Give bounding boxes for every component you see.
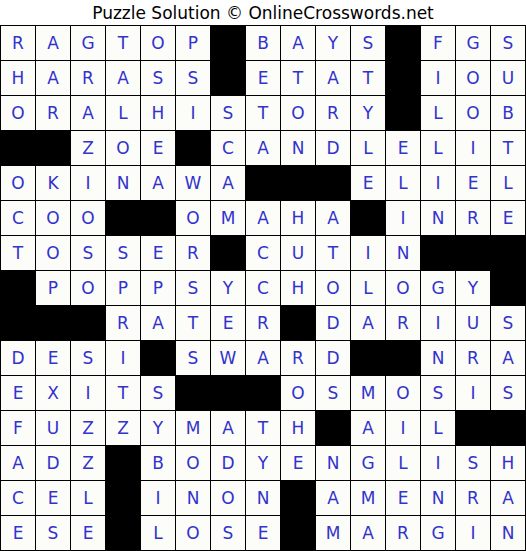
grid-cell-r11-c2: X — [36, 376, 71, 411]
grid-cell-r10-c14: R — [456, 341, 491, 376]
grid-cell-r6-c7: M — [211, 201, 246, 236]
grid-cell-r6-c10: A — [316, 201, 351, 236]
grid-cell-r7-c2: O — [36, 236, 71, 271]
grid-cell-r12-c2: U — [36, 411, 71, 446]
grid-cell-r15-c3: E — [71, 516, 106, 551]
grid-cell-r11-c10: S — [316, 376, 351, 411]
black-cell-r9-c1 — [1, 306, 36, 341]
grid-cell-r2-c5: S — [141, 61, 176, 96]
grid-cell-r6-c3: O — [71, 201, 106, 236]
grid-cell-r9-c7: E — [211, 306, 246, 341]
grid-cell-r12-c11: A — [351, 411, 386, 446]
grid-cell-r13-c6: O — [176, 446, 211, 481]
grid-cell-r14-c11: M — [351, 481, 386, 516]
grid-cell-r15-c5: L — [141, 516, 176, 551]
grid-cell-r10-c6: S — [176, 341, 211, 376]
grid-cell-r1-c1: R — [1, 26, 36, 61]
black-cell-r15-c4 — [106, 516, 141, 551]
grid-cell-r14-c12: E — [386, 481, 421, 516]
grid-cell-r8-c6: S — [176, 271, 211, 306]
grid-cell-r4-c8: A — [246, 131, 281, 166]
grid-cell-r1-c6: P — [176, 26, 211, 61]
grid-cell-r1-c3: G — [71, 26, 106, 61]
grid-cell-r9-c10: D — [316, 306, 351, 341]
grid-cell-r12-c4: Z — [106, 411, 141, 446]
grid-cell-r13-c14: S — [456, 446, 491, 481]
grid-cell-r1-c14: G — [456, 26, 491, 61]
grid-cell-r13-c2: D — [36, 446, 71, 481]
black-cell-r6-c5 — [141, 201, 176, 236]
grid-cell-r8-c9: H — [281, 271, 316, 306]
grid-cell-r7-c9: U — [281, 236, 316, 271]
grid-cell-r2-c10: A — [316, 61, 351, 96]
grid-cell-r1-c4: T — [106, 26, 141, 61]
black-cell-r2-c7 — [211, 61, 246, 96]
grid-cell-r12-c7: A — [211, 411, 246, 446]
page-title: Puzzle Solution © OnlineCrosswords.net — [0, 0, 526, 25]
grid-cell-r1-c13: F — [421, 26, 456, 61]
grid-cell-r2-c15: U — [491, 61, 526, 96]
grid-cell-r4-c9: N — [281, 131, 316, 166]
black-cell-r5-c8 — [246, 166, 281, 201]
grid-cell-r5-c13: I — [421, 166, 456, 201]
grid-cell-r7-c8: C — [246, 236, 281, 271]
black-cell-r7-c15 — [491, 236, 526, 271]
grid-cell-r11-c5: S — [141, 376, 176, 411]
black-cell-r14-c9 — [281, 481, 316, 516]
grid-cell-r4-c11: L — [351, 131, 386, 166]
grid-cell-r13-c9: E — [281, 446, 316, 481]
grid-cell-r11-c14: I — [456, 376, 491, 411]
grid-cell-r5-c2: K — [36, 166, 71, 201]
grid-cell-r10-c10: D — [316, 341, 351, 376]
grid-cell-r10-c7: W — [211, 341, 246, 376]
black-cell-r11-c7 — [211, 376, 246, 411]
grid-cell-r3-c9: O — [281, 96, 316, 131]
grid-cell-r9-c11: A — [351, 306, 386, 341]
grid-cell-r4-c15: T — [491, 131, 526, 166]
grid-cell-r13-c13: I — [421, 446, 456, 481]
grid-cell-r7-c12: N — [386, 236, 421, 271]
black-cell-r9-c2 — [36, 306, 71, 341]
black-cell-r1-c12 — [386, 26, 421, 61]
grid-cell-r10-c3: S — [71, 341, 106, 376]
grid-cell-r8-c7: Y — [211, 271, 246, 306]
grid-cell-r5-c5: A — [141, 166, 176, 201]
grid-cell-r4-c4: O — [106, 131, 141, 166]
grid-cell-r8-c8: C — [246, 271, 281, 306]
grid-cell-r1-c9: A — [281, 26, 316, 61]
black-cell-r10-c11 — [351, 341, 386, 376]
grid-cell-r9-c14: U — [456, 306, 491, 341]
grid-cell-r8-c12: O — [386, 271, 421, 306]
grid-cell-r11-c15: S — [491, 376, 526, 411]
grid-cell-r10-c2: E — [36, 341, 71, 376]
grid-cell-r2-c2: A — [36, 61, 71, 96]
black-cell-r12-c14 — [456, 411, 491, 446]
grid-cell-r8-c2: P — [36, 271, 71, 306]
grid-cell-r15-c11: A — [351, 516, 386, 551]
grid-cell-r7-c1: T — [1, 236, 36, 271]
grid-cell-r5-c1: O — [1, 166, 36, 201]
black-cell-r10-c12 — [386, 341, 421, 376]
grid-cell-r6-c1: C — [1, 201, 36, 236]
grid-cell-r9-c4: R — [106, 306, 141, 341]
grid-cell-r11-c9: O — [281, 376, 316, 411]
grid-cell-r15-c14: I — [456, 516, 491, 551]
grid-cell-r6-c14: R — [456, 201, 491, 236]
black-cell-r7-c7 — [211, 236, 246, 271]
grid-cell-r7-c11: I — [351, 236, 386, 271]
grid-cell-r14-c7: O — [211, 481, 246, 516]
grid-cell-r13-c11: G — [351, 446, 386, 481]
grid-cell-r4-c10: D — [316, 131, 351, 166]
grid-cell-r15-c15: N — [491, 516, 526, 551]
grid-cell-r8-c10: O — [316, 271, 351, 306]
black-cell-r4-c2 — [36, 131, 71, 166]
grid-cell-r4-c5: E — [141, 131, 176, 166]
grid-cell-r9-c13: I — [421, 306, 456, 341]
grid-cell-r3-c15: B — [491, 96, 526, 131]
grid-cell-r2-c3: R — [71, 61, 106, 96]
grid-cell-r14-c14: R — [456, 481, 491, 516]
grid-cell-r2-c6: S — [176, 61, 211, 96]
grid-cell-r2-c13: I — [421, 61, 456, 96]
grid-cell-r9-c5: A — [141, 306, 176, 341]
grid-cell-r2-c4: A — [106, 61, 141, 96]
grid-cell-r15-c7: S — [211, 516, 246, 551]
grid-cell-r11-c13: S — [421, 376, 456, 411]
grid-cell-r9-c8: R — [246, 306, 281, 341]
grid-cell-r2-c11: T — [351, 61, 386, 96]
grid-cell-r15-c1: E — [1, 516, 36, 551]
grid-cell-r5-c15: L — [491, 166, 526, 201]
grid-cell-r10-c9: R — [281, 341, 316, 376]
grid-cell-r1-c15: S — [491, 26, 526, 61]
grid-cell-r5-c7: A — [211, 166, 246, 201]
black-cell-r15-c9 — [281, 516, 316, 551]
grid-cell-r4-c13: L — [421, 131, 456, 166]
black-cell-r12-c10 — [316, 411, 351, 446]
grid-cell-r4-c12: E — [386, 131, 421, 166]
grid-cell-r8-c5: P — [141, 271, 176, 306]
black-cell-r11-c8 — [246, 376, 281, 411]
black-cell-r8-c1 — [1, 271, 36, 306]
grid-cell-r5-c6: W — [176, 166, 211, 201]
grid-cell-r10-c15: A — [491, 341, 526, 376]
grid-cell-r11-c1: E — [1, 376, 36, 411]
grid-cell-r11-c4: T — [106, 376, 141, 411]
grid-cell-r1-c2: A — [36, 26, 71, 61]
grid-cell-r1-c11: S — [351, 26, 386, 61]
grid-cell-r12-c8: T — [246, 411, 281, 446]
grid-cell-r13-c15: H — [491, 446, 526, 481]
grid-cell-r8-c3: O — [71, 271, 106, 306]
black-cell-r7-c14 — [456, 236, 491, 271]
grid-cell-r9-c12: R — [386, 306, 421, 341]
grid-cell-r3-c3: A — [71, 96, 106, 131]
grid-cell-r13-c3: Z — [71, 446, 106, 481]
grid-cell-r12-c1: F — [1, 411, 36, 446]
grid-cell-r7-c3: S — [71, 236, 106, 271]
black-cell-r11-c6 — [176, 376, 211, 411]
grid-cell-r3-c5: H — [141, 96, 176, 131]
grid-cell-r1-c8: B — [246, 26, 281, 61]
grid-cell-r14-c6: N — [176, 481, 211, 516]
grid-cell-r12-c5: Y — [141, 411, 176, 446]
grid-cell-r2-c1: H — [1, 61, 36, 96]
grid-cell-r7-c6: R — [176, 236, 211, 271]
grid-cell-r3-c6: I — [176, 96, 211, 131]
grid-cell-r2-c14: O — [456, 61, 491, 96]
grid-cell-r6-c12: I — [386, 201, 421, 236]
grid-cell-r13-c10: N — [316, 446, 351, 481]
grid-cell-r6-c9: H — [281, 201, 316, 236]
grid-cell-r6-c6: O — [176, 201, 211, 236]
grid-cell-r12-c9: H — [281, 411, 316, 446]
grid-cell-r3-c14: O — [456, 96, 491, 131]
black-cell-r4-c6 — [176, 131, 211, 166]
grid-cell-r14-c5: I — [141, 481, 176, 516]
grid-cell-r8-c14: Y — [456, 271, 491, 306]
grid-cell-r3-c8: T — [246, 96, 281, 131]
grid-cell-r14-c15: A — [491, 481, 526, 516]
grid-cell-r6-c2: O — [36, 201, 71, 236]
grid-cell-r13-c1: A — [1, 446, 36, 481]
black-cell-r6-c11 — [351, 201, 386, 236]
grid-cell-r14-c8: N — [246, 481, 281, 516]
black-cell-r10-c5 — [141, 341, 176, 376]
grid-cell-r6-c13: N — [421, 201, 456, 236]
grid-cell-r12-c3: Z — [71, 411, 106, 446]
black-cell-r6-c4 — [106, 201, 141, 236]
grid-cell-r15-c13: G — [421, 516, 456, 551]
grid-cell-r14-c3: L — [71, 481, 106, 516]
grid-cell-r5-c11: E — [351, 166, 386, 201]
grid-cell-r4-c14: I — [456, 131, 491, 166]
black-cell-r14-c4 — [106, 481, 141, 516]
black-cell-r2-c12 — [386, 61, 421, 96]
grid-cell-r11-c3: I — [71, 376, 106, 411]
grid-cell-r8-c13: G — [421, 271, 456, 306]
grid-cell-r14-c1: C — [1, 481, 36, 516]
grid-cell-r3-c13: L — [421, 96, 456, 131]
grid-cell-r7-c5: E — [141, 236, 176, 271]
grid-cell-r15-c10: M — [316, 516, 351, 551]
grid-cell-r13-c8: Y — [246, 446, 281, 481]
grid-cell-r8-c11: L — [351, 271, 386, 306]
grid-cell-r13-c7: D — [211, 446, 246, 481]
black-cell-r4-c1 — [1, 131, 36, 166]
grid-cell-r3-c11: Y — [351, 96, 386, 131]
black-cell-r3-c12 — [386, 96, 421, 131]
grid-cell-r7-c10: T — [316, 236, 351, 271]
grid-cell-r10-c4: I — [106, 341, 141, 376]
grid-cell-r2-c8: E — [246, 61, 281, 96]
grid-cell-r14-c10: A — [316, 481, 351, 516]
grid-cell-r14-c13: N — [421, 481, 456, 516]
grid-cell-r2-c9: T — [281, 61, 316, 96]
grid-cell-r5-c14: E — [456, 166, 491, 201]
grid-cell-r8-c4: P — [106, 271, 141, 306]
black-cell-r13-c4 — [106, 446, 141, 481]
grid-cell-r10-c13: N — [421, 341, 456, 376]
grid-cell-r5-c12: L — [386, 166, 421, 201]
grid-cell-r4-c7: C — [211, 131, 246, 166]
black-cell-r12-c15 — [491, 411, 526, 446]
grid-cell-r3-c2: R — [36, 96, 71, 131]
grid-cell-r1-c10: Y — [316, 26, 351, 61]
grid-cell-r5-c4: N — [106, 166, 141, 201]
grid-cell-r13-c12: L — [386, 446, 421, 481]
grid-cell-r14-c2: E — [36, 481, 71, 516]
grid-cell-r12-c12: I — [386, 411, 421, 446]
crossword-grid: RAGTOPBAYSFGSHARASSETATIOUORALHISTORYLOB… — [0, 25, 526, 551]
grid-cell-r4-c3: Z — [71, 131, 106, 166]
grid-cell-r12-c6: M — [176, 411, 211, 446]
grid-cell-r3-c4: L — [106, 96, 141, 131]
black-cell-r9-c9 — [281, 306, 316, 341]
black-cell-r5-c9 — [281, 166, 316, 201]
grid-cell-r6-c15: E — [491, 201, 526, 236]
grid-cell-r11-c11: M — [351, 376, 386, 411]
puzzle-solution-page: Puzzle Solution © OnlineCrosswords.net R… — [0, 0, 526, 551]
grid-cell-r6-c8: A — [246, 201, 281, 236]
grid-cell-r9-c15: S — [491, 306, 526, 341]
black-cell-r7-c13 — [421, 236, 456, 271]
grid-cell-r5-c3: I — [71, 166, 106, 201]
grid-cell-r11-c12: O — [386, 376, 421, 411]
grid-cell-r9-c6: T — [176, 306, 211, 341]
grid-cell-r3-c1: O — [1, 96, 36, 131]
grid-cell-r3-c7: S — [211, 96, 246, 131]
grid-cell-r1-c5: O — [141, 26, 176, 61]
grid-cell-r15-c6: O — [176, 516, 211, 551]
grid-cell-r7-c4: S — [106, 236, 141, 271]
grid-cell-r10-c8: A — [246, 341, 281, 376]
grid-cell-r15-c12: R — [386, 516, 421, 551]
grid-cell-r15-c8: E — [246, 516, 281, 551]
grid-cell-r12-c13: L — [421, 411, 456, 446]
black-cell-r1-c7 — [211, 26, 246, 61]
black-cell-r8-c15 — [491, 271, 526, 306]
grid-cell-r10-c1: D — [1, 341, 36, 376]
black-cell-r5-c10 — [316, 166, 351, 201]
black-cell-r9-c3 — [71, 306, 106, 341]
grid-cell-r15-c2: S — [36, 516, 71, 551]
grid-cell-r13-c5: B — [141, 446, 176, 481]
grid-cell-r3-c10: R — [316, 96, 351, 131]
